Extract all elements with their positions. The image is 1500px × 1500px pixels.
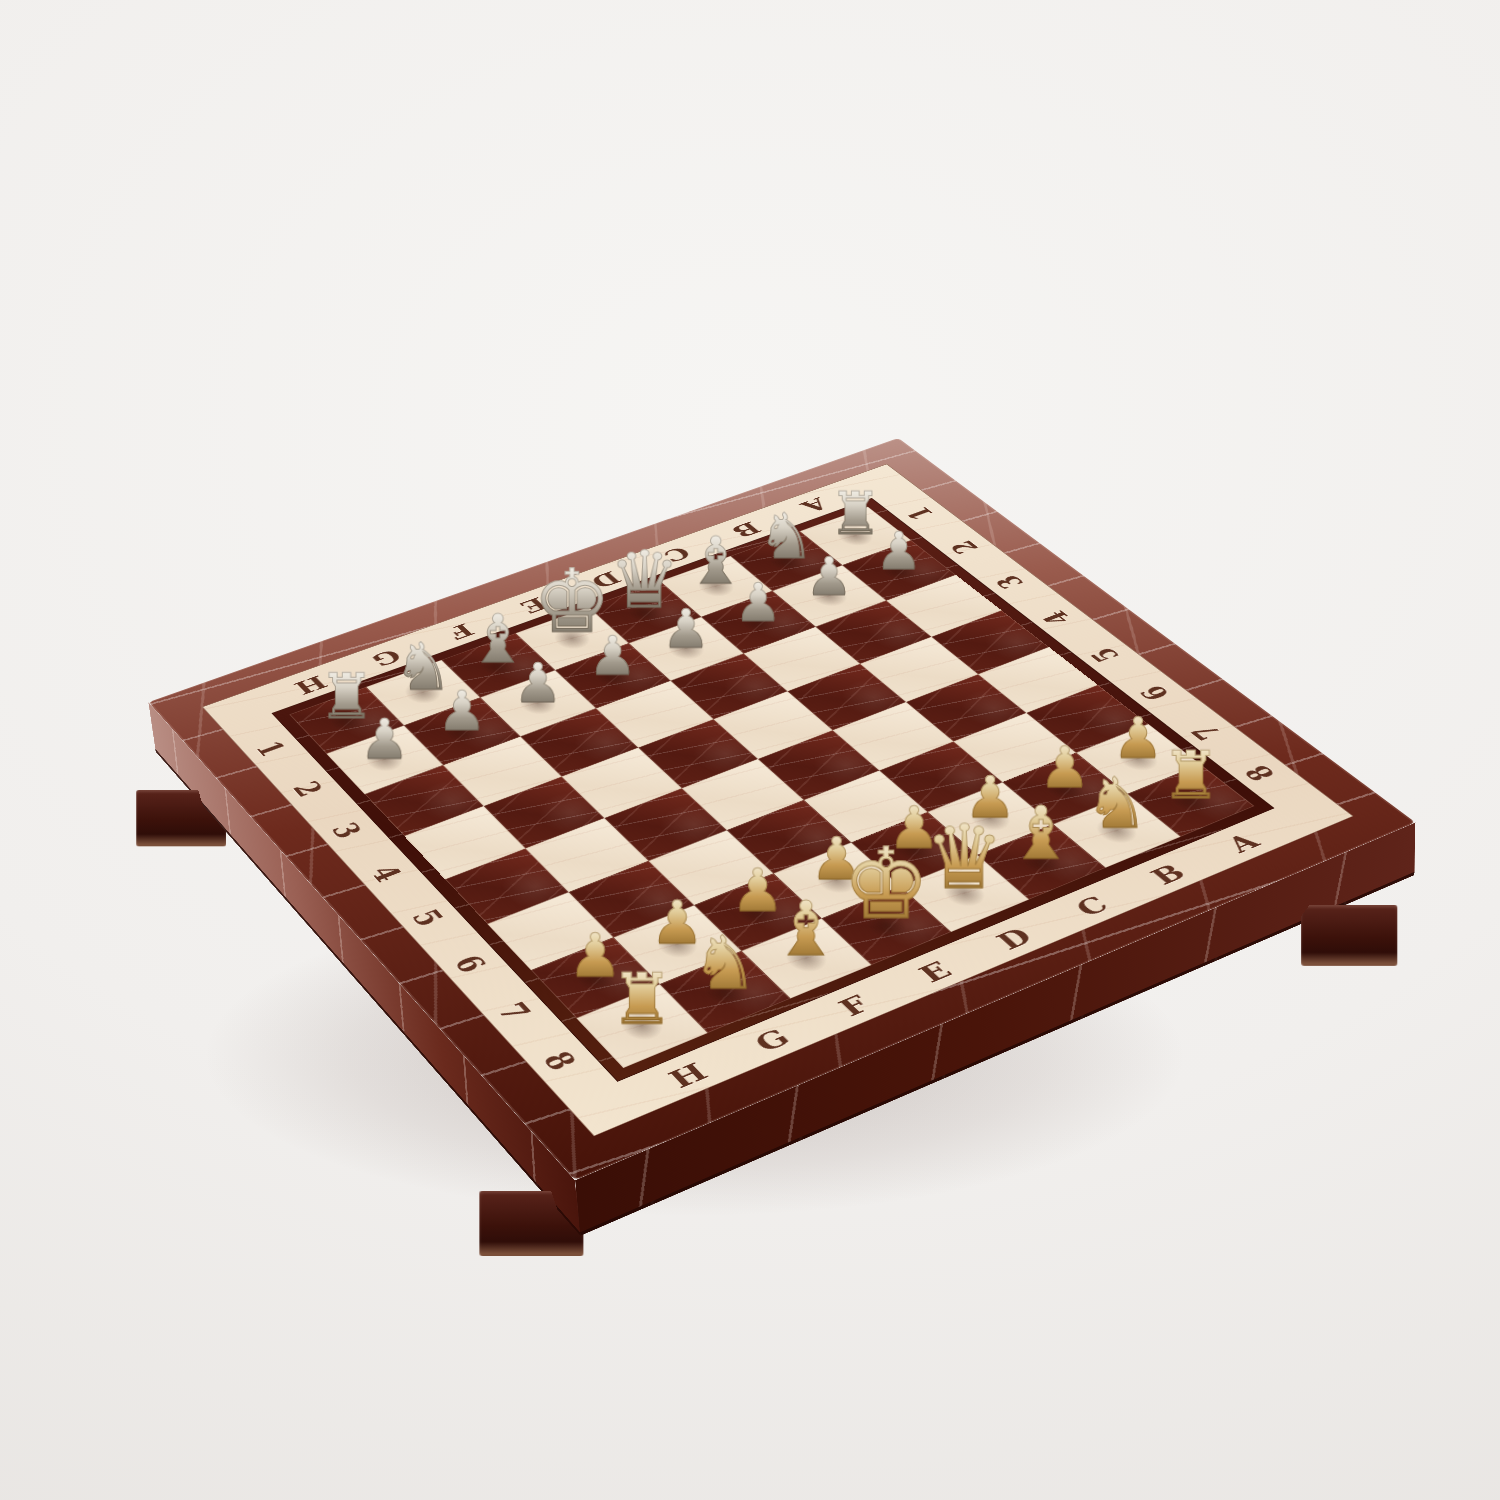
silver-pawn-glyph: ♟ xyxy=(734,576,782,629)
label-file-B-near-right-edge: B xyxy=(1146,861,1190,888)
silver-pawn-glyph: ♟ xyxy=(805,551,852,604)
label-rank-8-lower-left-edge: 8 xyxy=(538,1048,582,1074)
label-file-G-near-right-edge: G xyxy=(749,1025,794,1055)
photo-scene: 1122334455667788AABBCCDDEEFFGGHH ♜♟♟♜♞♟♟… xyxy=(0,0,1500,1500)
label-rank-1-lower-left-edge: 1 xyxy=(251,738,290,759)
label-rank-1-upper-right-edge: 1 xyxy=(902,504,939,522)
silver-pawn-glyph: ♟ xyxy=(588,629,636,683)
silver-pawn-glyph: ♟ xyxy=(360,712,410,768)
gold-knight-glyph: ♞ xyxy=(692,926,758,1000)
board-foot-right-block xyxy=(1301,905,1397,966)
label-rank-8-upper-right-edge: 8 xyxy=(1240,762,1281,784)
gold-bishop-glyph: ♝ xyxy=(772,891,840,966)
label-file-H-near-right-edge: H xyxy=(664,1060,712,1092)
gold-king-glyph: ♚ xyxy=(842,836,930,934)
label-rank-4-lower-left-edge: 4 xyxy=(366,862,407,885)
gold-rook-glyph: ♜ xyxy=(1161,743,1220,809)
label-rank-3-upper-right-edge: 3 xyxy=(991,572,1029,591)
label-rank-7-lower-left-edge: 7 xyxy=(492,999,535,1024)
label-rank-2-upper-right-edge: 2 xyxy=(946,538,983,556)
gold-queen-glyph: ♛ xyxy=(925,813,1004,902)
photo-backdrop: { "title": "Luxury marble chess set with… xyxy=(0,0,1500,1500)
silver-pawn-glyph: ♟ xyxy=(875,525,922,577)
gold-knight-glyph: ♞ xyxy=(1085,768,1148,838)
label-file-F-near-right-edge: F xyxy=(834,992,875,1019)
label-file-D-near-right-edge: D xyxy=(992,925,1037,953)
silver-rook-glyph: ♜ xyxy=(829,484,882,543)
label-rank-3-lower-left-edge: 3 xyxy=(326,819,366,841)
silver-pawn-glyph: ♟ xyxy=(437,684,486,739)
label-rank-5-lower-left-edge: 5 xyxy=(407,906,449,930)
gold-bishop-glyph: ♝ xyxy=(1008,797,1074,870)
label-rank-2-lower-left-edge: 2 xyxy=(288,778,328,800)
label-rank-6-lower-left-edge: 6 xyxy=(449,952,492,977)
label-file-E-near-right-edge: E xyxy=(914,958,956,985)
silver-pawn-glyph: ♟ xyxy=(662,602,710,656)
label-rank-4-upper-right-edge: 4 xyxy=(1038,608,1076,627)
chess-board: 1122334455667788AABBCCDDEEFFGGHH ♜♟♟♜♞♟♟… xyxy=(148,438,1415,1180)
gold-pawn-glyph: ♟ xyxy=(1113,710,1164,767)
gold-pawn-glyph: ♟ xyxy=(1039,739,1090,796)
label-file-A-near-right-edge: A xyxy=(1222,830,1264,855)
silver-pawn-glyph: ♟ xyxy=(513,656,562,711)
gold-rook-glyph: ♜ xyxy=(610,964,673,1034)
label-rank-5-upper-right-edge: 5 xyxy=(1086,645,1125,665)
label-rank-6-upper-right-edge: 6 xyxy=(1136,682,1176,703)
label-file-C-near-right-edge: C xyxy=(1071,893,1114,920)
